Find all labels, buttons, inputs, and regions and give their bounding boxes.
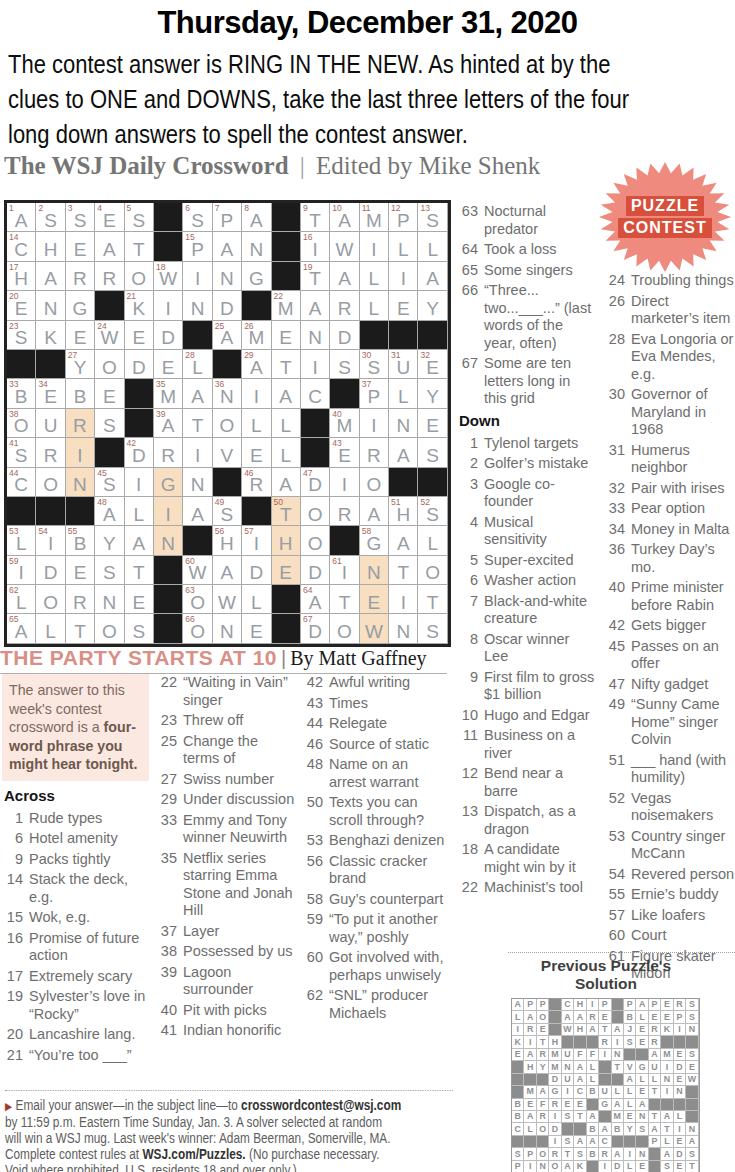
cell-letter: L [664,1137,669,1146]
grid-cell: I [154,291,183,320]
grid-cell: 15P [183,232,212,261]
prev-grid-cell: T [612,1061,624,1073]
grid-cell: G [66,291,95,320]
cell-letter: E [397,293,410,318]
grid-cell: E [95,379,124,408]
puzzle-contest-badge: PUZZLE CONTEST [599,162,731,272]
cell-number: 62 [9,586,18,595]
cell-letter: P [515,1162,521,1171]
clue-number: 63 [457,203,484,238]
footer-bold-text: WSJ.com/Puzzles. [142,1146,245,1162]
prev-grid-cell: K [512,1036,524,1048]
clue-number: 12 [457,765,484,800]
cell-number: 44 [9,469,18,478]
prev-grid-cell: J [624,1024,636,1036]
prev-grid-cell: T [661,1123,673,1135]
cell-letter: L [590,1075,595,1084]
prev-grid-cell: P [524,1148,536,1160]
cell-letter: S [515,1150,521,1159]
cell-letter: N [191,469,205,494]
prev-grid-cell: D [549,1123,561,1135]
clue-number: 54 [604,866,631,884]
cell-letter: N [689,1025,695,1034]
cell-letter: L [251,587,262,612]
prev-grid-cell [686,1111,698,1123]
prev-grid-cell [574,1036,586,1048]
prev-grid-cell: L [674,1111,686,1123]
cell-letter: A [279,469,292,494]
prev-grid-cell: P [537,999,549,1011]
grid-cell: O [213,409,242,438]
cell-number: 66 [185,615,194,624]
clue-text: Money in Malta [631,521,735,539]
cell-letter: E [676,1162,682,1171]
cell-letter: T [309,205,321,230]
cell-letter: E [515,1050,521,1059]
cell-letter: N [73,469,87,494]
grid-cell: 43E [330,438,359,467]
contest-note-line: The contest answer is RING IN THE NEW. A… [8,47,629,82]
cell-number: 55 [68,527,77,536]
grid-cell: 20E [7,291,36,320]
clue: 59“To put it another way,” poshly [302,911,447,946]
prev-grid-cell: O [549,1161,561,1172]
grid-cell: N [301,321,330,350]
grid-cell: 60W [183,556,212,585]
grid-cell: 14C [7,232,36,261]
grid-cell: L [242,585,271,614]
grid-cell: 7P [213,203,242,232]
cell-letter: F [590,1050,595,1059]
clue: 40Prime minister before Rabin [604,579,735,614]
cell-letter: E [676,1050,682,1059]
clue: 26Direct marketer’s item [604,293,735,328]
cell-letter: A [602,1125,608,1134]
cell-letter: I [529,1162,531,1171]
grid-cell: R [360,438,389,467]
prev-grid-cell: C [512,1123,524,1135]
grid-cell: I [242,379,271,408]
cell-number: 34 [38,380,47,389]
prev-grid-cell: A [587,1111,599,1123]
clue-number: 1 [2,810,29,828]
cell-letter: A [397,440,410,465]
grid-cell: 19T [301,262,330,291]
grid-cell: R [95,262,124,291]
grid-cell: 24W [95,321,124,350]
cell-letter: P [676,1013,682,1022]
cell-letter: R [552,1150,558,1159]
grid-cell: 8A [242,203,271,232]
cell-letter: A [564,1162,570,1171]
prev-grid-cell: H [524,1061,536,1073]
cell-letter: L [398,234,409,259]
grid-cell: L [36,614,65,643]
cell-letter: P [527,1000,533,1009]
clue: 39Lagoon surrounder [156,964,297,999]
grid-cell: 42D [125,438,154,467]
clue: 38Possessed by us [156,943,297,961]
grid-cell: 18W [154,262,183,291]
cell-number: 56 [215,527,224,536]
prev-grid-cell: E [674,1074,686,1086]
grid-cell: 37P [360,379,389,408]
cell-number: 17 [9,263,18,272]
prev-grid-cell: A [524,1011,536,1023]
clue-number: 4 [457,514,484,549]
grid-cell: 56H [213,526,242,555]
prev-grid-cell [599,1111,611,1123]
cell-letter: T [652,1087,657,1096]
grid-cell: E [418,409,447,438]
grid-cell: O [95,614,124,643]
clue-text: Golfer’s mistake [484,455,596,473]
cell-letter: A [639,1100,645,1109]
clue: 14Stack the deck, e.g. [2,871,149,906]
cell-letter: T [192,410,204,435]
cell-letter: H [577,1000,583,1009]
previous-solution-grid: APPCHIPPAPERSLAOAAREBLEEPSIREWHATAJERKIN… [511,998,700,1172]
prev-grid-cell: T [599,1024,611,1036]
prev-grid-cell: U [562,1049,574,1061]
cell-letter: R [651,1038,657,1047]
cell-letter: I [666,1063,668,1072]
cell-letter: Y [426,381,439,406]
grid-cell: L [125,497,154,526]
prev-grid-cell: G [599,1099,611,1111]
cell-letter: S [565,1112,571,1121]
clue-number: 14 [2,871,29,906]
grid-cell: E [242,614,271,643]
brand-name: The WSJ Daily Crossword [4,152,289,179]
cell-letter: A [191,499,204,524]
cell-letter: S [338,352,351,377]
prev-grid-cell [512,1136,524,1148]
prev-grid-cell: N [686,1024,698,1036]
grid-cell: T [125,232,154,261]
cell-number: 43 [332,439,341,448]
cell-letter: P [627,1000,633,1009]
grid-cell: E [66,321,95,350]
grid-cell: T [389,556,418,585]
clue-text: Gets bigger [631,617,735,635]
contest-instructions-line: will win a WSJ mug. Last week's winner: … [5,1130,453,1146]
grid-cell: W [360,614,389,643]
cell-letter: T [540,1038,545,1047]
cell-letter: R [527,1025,533,1034]
clue: 9First film to gross $1 billion [457,669,596,704]
clue-number: 55 [604,886,631,904]
prev-grid-cell: I [587,999,599,1011]
prev-grid-cell: I [661,1086,673,1098]
cell-letter: Y [103,528,116,553]
cell-letter: I [604,1162,606,1171]
prev-grid-cell: N [674,1086,686,1098]
cell-letter: S [132,205,145,230]
clue-number: 17 [2,968,29,986]
prev-grid-cell: I [549,1111,561,1123]
grid-cell: 5S [125,203,154,232]
prev-grid-cell: A [661,1148,673,1160]
cell-letter: P [652,1000,658,1009]
grid-cell: R [330,291,359,320]
clue-number: 6 [457,572,484,590]
cell-number: 46 [244,469,253,478]
grid-cell [95,438,124,467]
clue-text: Benghazi denizen [329,832,447,850]
grid-cell: V [213,438,242,467]
grid-cell: 27Y [66,350,95,379]
cell-letter: B [515,1112,521,1121]
grid-cell: L [360,291,389,320]
cell-letter: M [614,1112,621,1121]
clue: 6Washer action [457,572,596,590]
grid-cell [125,409,154,438]
clue-text: Like loafers [631,907,735,925]
cell-letter: A [539,1087,545,1096]
prev-grid-cell: T [649,1111,661,1123]
prev-grid-cell: K [661,1024,673,1036]
cell-letter: P [652,1137,658,1146]
cell-letter: R [367,440,381,465]
grid-cell: T [418,585,447,614]
prev-grid-cell: A [537,1086,549,1098]
clue: 50Texts you can scroll through? [302,794,447,829]
clue-text: Got involved with, perhaps unwisely [329,949,447,984]
cell-letter: P [221,205,234,230]
cell-letter: N [44,293,58,318]
cell-letter: A [527,1050,533,1059]
grid-cell: T [272,350,301,379]
prev-grid-cell: M [612,1111,624,1123]
cell-letter: A [589,1025,595,1034]
cell-letter: Y [540,1063,546,1072]
cell-letter: W [218,587,236,612]
prev-grid-cell: R [537,1111,549,1123]
clue: 45Passes on an offer [604,638,735,673]
clue-text: Times [329,695,447,713]
grid-cell: L [242,409,271,438]
cell-letter: O [539,1013,546,1022]
cell-letter: N [614,1050,620,1059]
grid-cell [330,526,359,555]
grid-cell: A [360,497,389,526]
cell-letter: P [602,1000,608,1009]
clue-text: Bend near a barre [484,765,596,800]
grid-cell: N [213,262,242,291]
brand-separator: | [300,152,305,179]
cell-letter: R [539,1050,545,1059]
clue: 66“Three... two...___...” (last words of… [457,282,596,352]
grid-cell: S [95,409,124,438]
cell-letter: N [676,1087,682,1096]
footer-text: Void where prohibited. U.S. residents 18… [5,1162,297,1172]
clue-number: 64 [457,241,484,259]
grid-cell: 11M [360,203,389,232]
grid-cell: A [213,556,242,585]
prev-grid-cell: S [512,1148,524,1160]
clue-text: Lancashire lang. [29,1026,149,1044]
prev-grid-cell: L [636,1011,648,1023]
prev-grid-cell: A [686,1136,698,1148]
prev-grid-cell: R [549,1148,561,1160]
cell-letter: S [103,557,116,582]
grid-cell: A [272,468,301,497]
clue-number: 66 [457,282,484,352]
crossword-grid: 1A2S3S4E5S6S7P8A9T10A11M12P13S14CHEAT15P… [4,200,451,647]
cell-letter: E [250,440,263,465]
prev-grid-cell: E [562,1099,574,1111]
grid-cell: 38O [7,409,36,438]
cell-letter: S [639,1125,645,1134]
grid-cell: 59I [7,556,36,585]
prev-grid-cell [562,1036,574,1048]
clue: 8Oscar winner Lee [457,631,596,666]
prev-grid-cell: S [686,1049,698,1061]
clue-text: Extremely scary [29,968,149,986]
clue-number: 21 [2,1047,29,1065]
contest-box: The answer to this week's contest crossw… [2,674,149,781]
grid-cell: O [301,497,330,526]
grid-cell: E [272,321,301,350]
clue-text: ___ hand (with humility) [631,752,735,787]
prev-grid-cell [661,1036,673,1048]
grid-cell: K [36,321,65,350]
previous-solution-box: Previous Puzzle's Solution APPCHIPPAPERS… [508,952,735,1172]
cell-letter: A [626,1075,632,1084]
cell-letter: I [401,587,406,612]
grid-cell: I [360,232,389,261]
clue: 2Golfer’s mistake [457,455,596,473]
cell-letter: N [539,1162,545,1171]
clue-text: Direct marketer’s item [631,293,735,328]
clue-number: 31 [604,442,631,477]
clue: 4Musical sensitivity [457,514,596,549]
cell-letter: T [664,1125,669,1134]
cell-letter: I [554,1137,556,1146]
prev-grid-cell [612,1136,624,1148]
clue-text: Machinist’s tool [484,879,596,897]
prev-grid-cell: I [674,1024,686,1036]
prev-grid-cell: H [574,999,586,1011]
cell-letter: O [308,499,323,524]
clue-number: 11 [457,727,484,762]
grid-cell: 40M [330,409,359,438]
grid-cell: N [389,409,418,438]
clue-text: First film to gross $1 billion [484,669,596,704]
prev-grid-cell: O [537,1011,549,1023]
prev-grid-cell: L [624,1086,636,1098]
cell-number: 27 [68,351,77,360]
grid-cell: E [272,556,301,585]
prev-grid-cell: B [587,1123,599,1135]
cell-letter: Y [426,293,439,318]
clue: 34Money in Malta [604,521,735,539]
grid-cell: 44C [7,468,36,497]
clue-text: Change the terms of [183,733,297,768]
cell-letter: L [639,1075,644,1084]
grid-cell: 52S [418,497,447,526]
clue-number: 53 [604,828,631,863]
clue: 17Extremely scary [2,968,149,986]
clue: 42Awful writing [302,674,447,692]
cell-letter: N [564,1063,570,1072]
prev-grid-cell: C [562,999,574,1011]
cell-letter: L [639,1013,644,1022]
clue-number: 18 [457,841,484,876]
prev-grid-cell: A [649,1049,661,1061]
grid-cell [272,203,301,232]
cell-number: 35 [156,380,165,389]
grid-cell: H [36,232,65,261]
cell-number: 49 [215,498,224,507]
cell-letter: I [48,528,53,553]
cell-letter: R [602,1150,608,1159]
clue-number: 48 [302,756,329,791]
grid-cell [154,232,183,261]
cell-letter: D [614,1162,620,1171]
clue-number: 62 [302,987,329,1022]
clue-number: 37 [156,923,183,941]
cell-letter: A [651,1125,657,1134]
grid-cell [36,350,65,379]
grid-cell: E [125,321,154,350]
cell-letter: R [73,410,87,435]
cell-letter: S [103,410,116,435]
clue-number: 9 [457,669,484,704]
clue: 31Humerus neighbor [604,442,735,477]
prev-grid-cell: A [599,1123,611,1135]
clue-text: Some singers [484,262,596,280]
grid-cell: 51H [389,497,418,526]
grid-cell: 46R [242,468,271,497]
cell-letter: L [615,1087,620,1096]
cell-number: 58 [362,527,371,536]
prev-grid-cell: A [636,999,648,1011]
cell-letter: A [191,381,204,406]
prev-grid-cell [524,1136,536,1148]
prev-grid-cell: F [587,1049,599,1061]
cell-letter: L [627,1100,632,1109]
cell-letter: G [73,293,88,318]
prev-grid-cell: E [624,1111,636,1123]
cell-letter: S [689,1000,695,1009]
cell-letter: I [678,1125,680,1134]
grid-cell: L [360,262,389,291]
prev-grid-cell: P [599,999,611,1011]
grid-cell [154,556,183,585]
cell-letter: E [74,557,87,582]
clue: 58Guy’s counterpart [302,891,447,909]
clue-number: 13 [457,803,484,838]
grid-cell: I [183,262,212,291]
prev-grid-cell [661,1099,673,1111]
cell-letter: D [552,1125,558,1134]
prev-grid-cell [624,1136,636,1148]
footer-text: Complete contest rules at [5,1146,142,1162]
cell-number: 22 [274,292,283,301]
grid-cell: L [272,409,301,438]
prev-grid-cell: I [524,1036,536,1048]
grid-cell: 67D [301,614,330,643]
prev-grid-cell: E [674,1161,686,1172]
cell-letter: A [309,293,322,318]
clue: 41Indian honorific [156,1022,297,1040]
clue-text: Prime minister before Rabin [631,579,735,614]
grid-cell: 66O [183,614,212,643]
cell-letter: L [427,234,438,259]
cell-letter: E [689,1063,695,1072]
